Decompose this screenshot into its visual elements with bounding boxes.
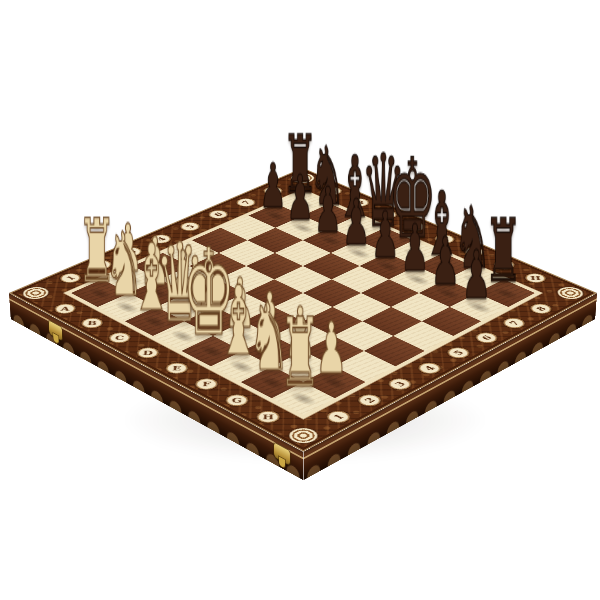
file-label-c-far: C: [377, 210, 396, 218]
corner-rosette-far-left: [287, 171, 319, 185]
brass-clasp-right: [274, 442, 290, 465]
file-label-a-far: A: [323, 187, 342, 195]
rank-label-6-left: 6: [205, 208, 231, 220]
rank-label-8-left: 8: [260, 185, 286, 196]
rank-label-7-left: 7: [233, 197, 259, 208]
brass-clasp-left: [49, 321, 63, 341]
white-rook-icon: ♜: [268, 305, 333, 400]
file-label-b-far: B: [350, 198, 369, 206]
black-pawn-icon: ♟: [446, 241, 506, 308]
scene: AABBCCDDEEFFGGHH1122334455667788 ♜♞♝♛♚♝♞…: [0, 0, 600, 600]
